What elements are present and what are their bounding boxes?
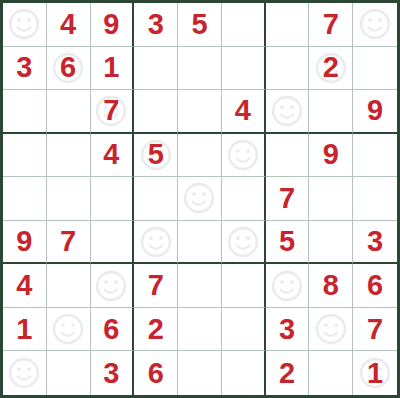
cell-r4c5[interactable] [178, 134, 222, 178]
cell-r9c8[interactable] [309, 351, 353, 395]
cell-r6c8[interactable] [309, 221, 353, 265]
cell-r3c8[interactable] [309, 90, 353, 134]
cell-r8c5[interactable] [178, 308, 222, 352]
cell-r9c7[interactable]: 2 [266, 351, 310, 395]
cell-r4c3[interactable]: 4 [91, 134, 135, 178]
given-digit: 4 [16, 271, 32, 300]
cell-r5c8[interactable] [309, 177, 353, 221]
given-digit: 4 [60, 10, 76, 39]
cell-r5c9[interactable] [353, 177, 397, 221]
cell-r2c7[interactable] [266, 47, 310, 91]
cell-r6c5[interactable] [178, 221, 222, 265]
cell-r6c9[interactable]: 3 [353, 221, 397, 265]
cell-r9c6[interactable] [222, 351, 266, 395]
smiley-face-icon [271, 94, 304, 127]
given-digit: 5 [279, 227, 295, 256]
cell-r9c9[interactable]: 1 [353, 351, 397, 395]
smiley-face-icon [226, 138, 259, 171]
cell-r5c2[interactable] [47, 177, 91, 221]
given-digit: 3 [148, 10, 164, 39]
given-digit: 2 [279, 359, 295, 388]
cell-r6c1[interactable]: 9 [3, 221, 47, 265]
smiley-face-icon [226, 225, 259, 258]
given-digit: 2 [148, 315, 164, 344]
cell-r1c8[interactable]: 7 [309, 3, 353, 47]
given-digit: 3 [279, 315, 295, 344]
cell-r8c3[interactable]: 6 [91, 308, 135, 352]
cell-r9c4[interactable]: 6 [134, 351, 178, 395]
cell-r2c6[interactable] [222, 47, 266, 91]
smiley-face-icon [139, 225, 172, 258]
cell-r4c4[interactable]: 5 [134, 134, 178, 178]
cell-r2c3[interactable]: 1 [91, 47, 135, 91]
cell-r7c3[interactable] [91, 264, 135, 308]
given-digit: 7 [60, 227, 76, 256]
cell-r2c2[interactable]: 6 [47, 47, 91, 91]
cell-r4c1[interactable] [3, 134, 47, 178]
cell-r3c3[interactable]: 7 [91, 90, 135, 134]
cell-r7c1[interactable]: 4 [3, 264, 47, 308]
given-digit: 1 [103, 53, 119, 82]
cell-r1c7[interactable] [266, 3, 310, 47]
cell-r6c6[interactable] [222, 221, 266, 265]
given-digit: 2 [323, 53, 339, 82]
cell-r1c2[interactable]: 4 [47, 3, 91, 47]
cell-r7c9[interactable]: 6 [353, 264, 397, 308]
cell-r1c6[interactable] [222, 3, 266, 47]
cell-r1c9[interactable] [353, 3, 397, 47]
cell-r5c1[interactable] [3, 177, 47, 221]
cell-r7c2[interactable] [47, 264, 91, 308]
cell-r8c6[interactable] [222, 308, 266, 352]
cell-r8c7[interactable]: 3 [266, 308, 310, 352]
cell-r1c1[interactable] [3, 3, 47, 47]
given-digit: 7 [323, 10, 339, 39]
cell-r5c4[interactable] [134, 177, 178, 221]
given-digit: 7 [279, 184, 295, 213]
cell-r3c5[interactable] [178, 90, 222, 134]
cell-r4c6[interactable] [222, 134, 266, 178]
cell-r5c7[interactable]: 7 [266, 177, 310, 221]
cell-r7c4[interactable]: 7 [134, 264, 178, 308]
smiley-face-icon [95, 269, 128, 302]
cell-r2c8[interactable]: 2 [309, 47, 353, 91]
cell-r1c3[interactable]: 9 [91, 3, 135, 47]
cell-r3c6[interactable]: 4 [222, 90, 266, 134]
cell-r7c7[interactable] [266, 264, 310, 308]
cell-r8c4[interactable]: 2 [134, 308, 178, 352]
cell-r2c5[interactable] [178, 47, 222, 91]
cell-r5c3[interactable] [91, 177, 135, 221]
cell-r9c1[interactable] [3, 351, 47, 395]
given-digit: 6 [148, 359, 164, 388]
cell-r5c5[interactable] [178, 177, 222, 221]
cell-r1c4[interactable]: 3 [134, 3, 178, 47]
given-digit: 3 [16, 53, 32, 82]
given-digit: 4 [235, 96, 251, 125]
cell-r3c4[interactable] [134, 90, 178, 134]
cell-r8c8[interactable] [309, 308, 353, 352]
cell-r8c1[interactable]: 1 [3, 308, 47, 352]
given-digit: 6 [103, 315, 119, 344]
cell-r5c6[interactable] [222, 177, 266, 221]
given-digit: 9 [323, 140, 339, 169]
smiley-face-icon [8, 357, 41, 390]
given-digit: 1 [367, 359, 383, 388]
given-digit: 9 [367, 96, 383, 125]
given-digit: 6 [367, 271, 383, 300]
given-digit: 7 [367, 315, 383, 344]
cell-r7c6[interactable] [222, 264, 266, 308]
cell-r6c2[interactable]: 7 [47, 221, 91, 265]
sudoku-board: 493573612749459797534786162373621 [0, 0, 400, 398]
smiley-face-icon [314, 313, 347, 346]
given-digit: 1 [16, 315, 32, 344]
cell-r4c2[interactable] [47, 134, 91, 178]
given-digit: 3 [367, 227, 383, 256]
cell-r7c8[interactable]: 8 [309, 264, 353, 308]
cell-r6c3[interactable] [91, 221, 135, 265]
cell-r2c4[interactable] [134, 47, 178, 91]
cell-r3c2[interactable] [47, 90, 91, 134]
cell-r8c9[interactable]: 7 [353, 308, 397, 352]
cell-r9c5[interactable] [178, 351, 222, 395]
cell-r8c2[interactable] [47, 308, 91, 352]
cell-r4c9[interactable] [353, 134, 397, 178]
cell-r6c7[interactable]: 5 [266, 221, 310, 265]
cell-r4c7[interactable] [266, 134, 310, 178]
given-digit: 7 [148, 271, 164, 300]
smiley-face-icon [8, 8, 41, 41]
cell-r4c8[interactable]: 9 [309, 134, 353, 178]
given-digit: 4 [103, 140, 119, 169]
cell-r3c1[interactable] [3, 90, 47, 134]
smiley-face-icon [52, 313, 85, 346]
given-digit: 3 [103, 359, 119, 388]
cell-r2c1[interactable]: 3 [3, 47, 47, 91]
cell-r7c5[interactable] [178, 264, 222, 308]
given-digit: 6 [60, 53, 76, 82]
cell-r9c2[interactable] [47, 351, 91, 395]
given-digit: 7 [103, 96, 119, 125]
given-digit: 8 [323, 271, 339, 300]
cell-r3c7[interactable] [266, 90, 310, 134]
given-digit: 5 [191, 10, 207, 39]
given-digit: 9 [103, 10, 119, 39]
smiley-face-icon [271, 269, 304, 302]
cell-r1c5[interactable]: 5 [178, 3, 222, 47]
smiley-face-icon [183, 182, 216, 215]
smiley-face-icon [359, 8, 392, 41]
cell-r2c9[interactable] [353, 47, 397, 91]
cell-r9c3[interactable]: 3 [91, 351, 135, 395]
given-digit: 5 [148, 140, 164, 169]
cell-r3c9[interactable]: 9 [353, 90, 397, 134]
given-digit: 9 [16, 227, 32, 256]
cell-r6c4[interactable] [134, 221, 178, 265]
